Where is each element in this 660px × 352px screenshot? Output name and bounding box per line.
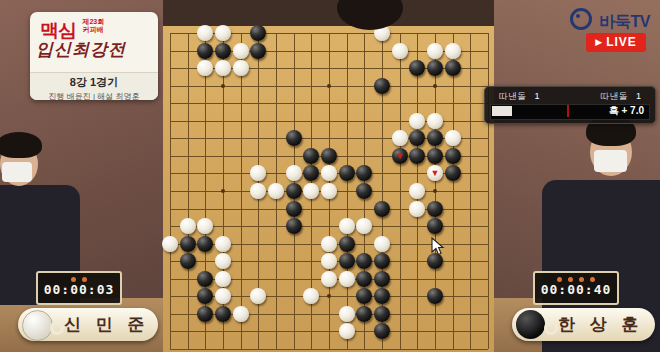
white-stone <box>215 236 231 252</box>
black-stone-icon <box>516 310 545 339</box>
go-board: ▼▼ <box>163 0 494 352</box>
white-time: 00:00:03 <box>38 281 120 298</box>
black-captures-label: 따낸돌 <box>600 91 627 101</box>
white-stone <box>445 130 461 146</box>
white-stone <box>233 43 249 59</box>
white-stone <box>339 306 355 322</box>
broadcast-frame: ▼▼ 맥심 제23회 커피배 입신최강전 8강 1경기 진행 배윤진 | 해설 … <box>0 0 660 352</box>
black-stone <box>215 306 231 322</box>
channel-name: 바둑TV <box>599 12 649 33</box>
black-player-clock: 00:00:40 <box>533 271 619 305</box>
white-stone <box>409 113 425 129</box>
capture-row: 따낸돌 1 따낸돌 1 <box>485 90 655 102</box>
black-stone <box>286 130 302 146</box>
black-stone <box>374 78 390 94</box>
white-stone <box>392 130 408 146</box>
white-stone <box>339 323 355 339</box>
white-stone <box>215 60 231 76</box>
white-stone <box>392 43 408 59</box>
black-stone <box>321 148 337 164</box>
black-stone <box>427 148 443 164</box>
white-stone <box>233 306 249 322</box>
white-player-clock: 00:00:03 <box>36 271 122 305</box>
black-stone <box>374 201 390 217</box>
black-nameplate: 한 상 훈 <box>512 308 655 341</box>
event-edition: 제23회 <box>82 18 104 26</box>
black-stone <box>374 271 390 287</box>
black-stone <box>286 218 302 234</box>
brand-subtitle: 제23회 커피배 <box>82 18 104 34</box>
black-stone <box>427 218 443 234</box>
score-bar: 흑 + 7.0 <box>490 104 650 120</box>
score-bar-tick <box>567 105 569 117</box>
white-score-chip <box>492 106 512 116</box>
live-badge: ▶LIVE <box>586 33 646 52</box>
play-icon: ▶ <box>595 33 603 52</box>
white-stone <box>162 236 178 252</box>
black-stone <box>197 271 213 287</box>
white-captures-label: 따낸돌 <box>499 91 526 101</box>
black-stone <box>427 201 443 217</box>
star-point <box>433 189 437 193</box>
star-point <box>221 84 225 88</box>
white-stone <box>445 43 461 59</box>
black-stone <box>356 271 372 287</box>
black-stone <box>427 60 443 76</box>
round-info: 8강 1경기 진행 배윤진 | 해설 최명훈 <box>30 73 158 100</box>
black-stone <box>197 43 213 59</box>
black-stone <box>392 148 408 164</box>
black-stone <box>286 201 302 217</box>
white-stone-icon <box>22 310 53 341</box>
white-stone <box>321 271 337 287</box>
channel-logo-icon <box>570 8 592 30</box>
event-title-calligraphy: 입신최강전 <box>36 38 154 61</box>
white-stone <box>339 271 355 287</box>
black-stone <box>339 236 355 252</box>
event-title-card: 맥심 제23회 커피배 입신최강전 8강 1경기 진행 배윤진 | 해설 최명훈 <box>30 12 158 100</box>
white-stone <box>374 236 390 252</box>
black-time: 00:00:40 <box>535 281 617 298</box>
cup-handle-icon <box>50 321 64 335</box>
channel-logo: 바둑TV <box>570 8 650 30</box>
score-panel: 따낸돌 1 따낸돌 1 흑 + 7.0 <box>484 86 656 124</box>
black-stone <box>339 253 355 269</box>
white-stone <box>339 218 355 234</box>
white-stone <box>321 183 337 199</box>
black-captures: 따낸돌 1 <box>600 90 641 103</box>
white-captures: 따낸돌 1 <box>499 90 540 103</box>
white-byoyomi-dots <box>38 273 120 281</box>
black-stone <box>445 60 461 76</box>
mouse-cursor-icon[interactable] <box>431 237 447 257</box>
live-label: LIVE <box>606 35 637 49</box>
white-stone <box>321 236 337 252</box>
star-point <box>327 84 331 88</box>
white-nameplate: 신 민 준 <box>18 308 158 341</box>
black-stone <box>339 165 355 181</box>
white-stone <box>268 183 284 199</box>
star-point <box>433 84 437 88</box>
white-stone <box>286 165 302 181</box>
black-stone <box>445 148 461 164</box>
event-cup: 커피배 <box>82 26 104 34</box>
white-stone <box>215 25 231 41</box>
staff-label: 진행 배윤진 | 해설 최명훈 <box>30 91 158 100</box>
white-captures-value: 1 <box>535 91 540 101</box>
black-byoyomi-dots <box>535 273 617 281</box>
white-stone <box>233 60 249 76</box>
black-stone <box>286 183 302 199</box>
black-stone <box>445 165 461 181</box>
black-stone <box>250 43 266 59</box>
score-estimate: 흑 + 7.0 <box>609 105 644 117</box>
white-stone <box>215 271 231 287</box>
black-stone <box>197 236 213 252</box>
star-point <box>221 189 225 193</box>
black-player-name: 한 상 훈 <box>558 308 643 341</box>
white-player-name: 신 민 준 <box>64 308 149 341</box>
white-stone <box>427 113 443 129</box>
cup-handle-icon <box>544 321 558 335</box>
black-stone <box>180 236 196 252</box>
black-captures-value: 1 <box>636 91 641 101</box>
white-stone <box>427 43 443 59</box>
white-stone <box>180 218 196 234</box>
black-stone <box>215 43 231 59</box>
white-stone <box>409 201 425 217</box>
black-stone <box>374 306 390 322</box>
round-label: 8강 1경기 <box>30 75 158 90</box>
black-stone <box>180 253 196 269</box>
